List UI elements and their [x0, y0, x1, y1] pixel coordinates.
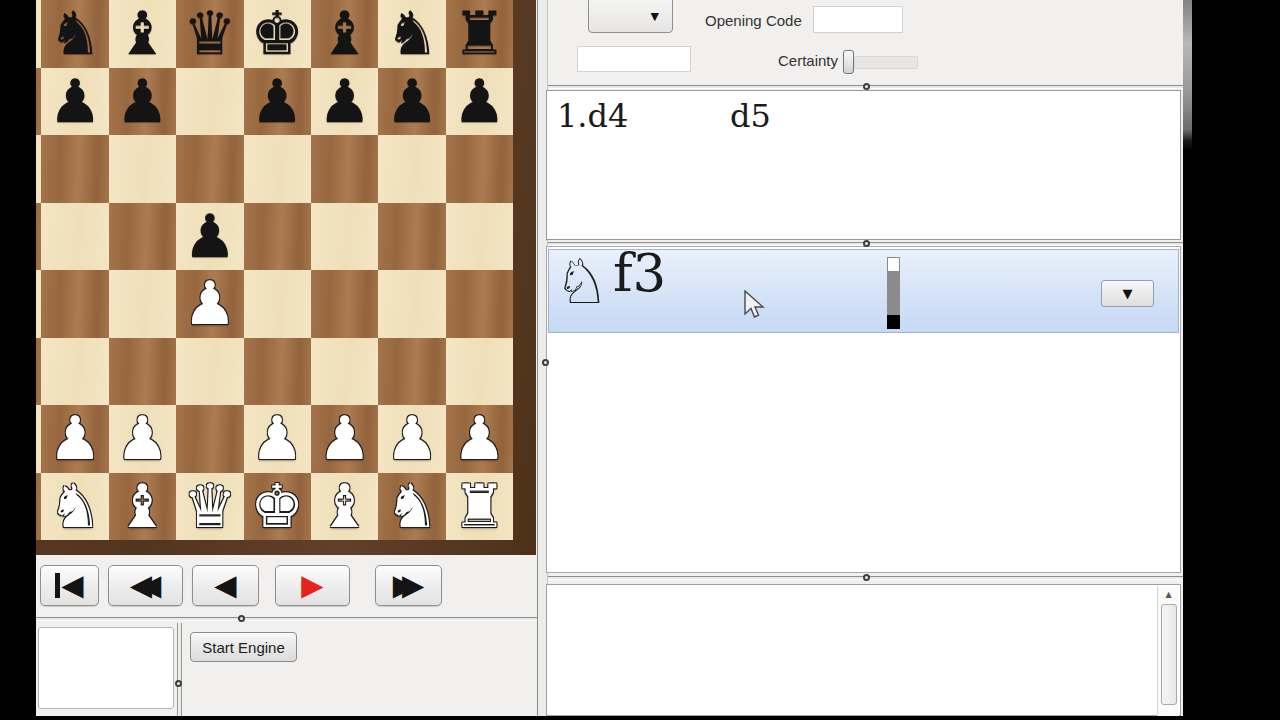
square-h2[interactable]: ♟: [446, 405, 513, 473]
square-d1[interactable]: ♛: [176, 473, 243, 541]
back-button[interactable]: ◀: [192, 565, 259, 606]
candidate-moves-panel: ♘ f3 ▼: [546, 246, 1181, 573]
square-b6[interactable]: [41, 135, 108, 203]
square-c7[interactable]: ♟: [109, 68, 176, 136]
white-knight-icon: ♘: [554, 251, 610, 313]
square-g1[interactable]: ♞: [378, 473, 445, 541]
square-h8[interactable]: ♜: [446, 0, 513, 68]
square-e3[interactable]: [244, 338, 311, 406]
square-e8[interactable]: ♚: [244, 0, 311, 68]
square-h4[interactable]: [446, 270, 513, 338]
candidate-move-row[interactable]: ♘ f3 ▼: [548, 249, 1179, 333]
piece-white-bishop[interactable]: ♝: [318, 473, 372, 540]
square-g3[interactable]: [378, 338, 445, 406]
chevron-down-icon: ▼: [1123, 286, 1133, 301]
piece-black-king[interactable]: ♚: [250, 0, 304, 67]
piece-black-pawn[interactable]: ♟: [385, 68, 439, 135]
square-e4[interactable]: [244, 270, 311, 338]
opening-code-input[interactable]: [813, 6, 903, 33]
certainty-label: Certainty: [778, 52, 838, 69]
square-g5[interactable]: [378, 203, 445, 271]
name-input[interactable]: [577, 46, 691, 72]
play-button[interactable]: ▶: [275, 565, 350, 606]
square-b1[interactable]: ♞: [41, 473, 108, 541]
square-g4[interactable]: [378, 270, 445, 338]
square-e5[interactable]: [244, 203, 311, 271]
piece-black-pawn[interactable]: ♟: [250, 68, 304, 135]
evaluation-gauge: [887, 257, 900, 329]
rewind-button[interactable]: ◀◀: [108, 565, 183, 606]
square-b3[interactable]: [41, 338, 108, 406]
piece-white-pawn[interactable]: ♟: [318, 405, 372, 472]
square-g7[interactable]: ♟: [378, 68, 445, 136]
piece-white-pawn[interactable]: ♟: [250, 405, 304, 472]
square-f1[interactable]: ♝: [311, 473, 378, 541]
square-b2[interactable]: ♟: [41, 405, 108, 473]
chess-board-frame: ♜♞♝♛♚♝♞♜♟♟♟♟♟♟♟♟♟♟♟♟♟♟♟♟♜♞♝♛♚♝♞♜: [36, 0, 536, 555]
chess-board[interactable]: ♜♞♝♛♚♝♞♜♟♟♟♟♟♟♟♟♟♟♟♟♟♟♟♟♜♞♝♛♚♝♞♜: [36, 0, 513, 540]
moves-top-splitter-grip[interactable]: [863, 83, 870, 90]
piece-black-bishop[interactable]: ♝: [116, 0, 170, 67]
forward-icon: ▶▶: [393, 571, 425, 600]
mouse-cursor-icon: [743, 290, 765, 320]
square-d4[interactable]: ♟: [176, 270, 243, 338]
square-f8[interactable]: ♝: [311, 0, 378, 68]
piece-white-queen[interactable]: ♛: [183, 473, 237, 540]
moves-list[interactable]: 1.d4 d5: [546, 90, 1181, 240]
square-g2[interactable]: ♟: [378, 405, 445, 473]
piece-white-pawn[interactable]: ♟: [453, 405, 507, 472]
piece-black-rook[interactable]: ♜: [453, 0, 507, 67]
start-bar-icon: [55, 573, 60, 598]
square-h7[interactable]: ♟: [446, 68, 513, 136]
square-c3[interactable]: [109, 338, 176, 406]
candidate-options-dropdown[interactable]: ▼: [1101, 280, 1154, 307]
opening-code-label: Opening Code: [705, 12, 802, 29]
candidate-move-text: f3: [613, 242, 666, 303]
square-e7[interactable]: ♟: [244, 68, 311, 136]
rewind-icon: ◀◀: [130, 571, 162, 600]
square-e1[interactable]: ♚: [244, 473, 311, 541]
scrollbar-thumb[interactable]: [1161, 604, 1177, 705]
square-e2[interactable]: ♟: [244, 405, 311, 473]
square-b4[interactable]: [41, 270, 108, 338]
piece-white-pawn[interactable]: ♟: [48, 405, 102, 472]
square-g8[interactable]: ♞: [378, 0, 445, 68]
start-engine-button[interactable]: Start Engine: [190, 632, 297, 662]
square-b8[interactable]: ♞: [41, 0, 108, 68]
square-h1[interactable]: ♜: [446, 473, 513, 541]
square-c4[interactable]: [109, 270, 176, 338]
evaluation-white-segment: [887, 257, 900, 272]
square-d2[interactable]: [176, 405, 243, 473]
piece-white-knight[interactable]: ♞: [385, 473, 439, 540]
square-c8[interactable]: ♝: [109, 0, 176, 68]
evaluation-gray-segment: [887, 272, 900, 315]
square-c1[interactable]: ♝: [109, 473, 176, 541]
scroll-up-icon[interactable]: ▲: [1160, 588, 1177, 601]
piece-black-knight[interactable]: ♞: [385, 0, 439, 67]
window-edge-scrollbar[interactable]: [1183, 0, 1192, 720]
piece-white-pawn[interactable]: ♟: [116, 405, 170, 472]
certainty-slider-track[interactable]: [854, 56, 918, 69]
square-f5[interactable]: [311, 203, 378, 271]
piece-black-pawn[interactable]: ♟: [183, 203, 237, 270]
square-g6[interactable]: [378, 135, 445, 203]
piece-black-pawn[interactable]: ♟: [453, 68, 507, 135]
go-to-start-button[interactable]: ◀: [40, 565, 99, 606]
piece-black-bishop[interactable]: ♝: [318, 0, 372, 67]
moves-mid-splitter-grip[interactable]: [863, 240, 870, 247]
piece-white-pawn[interactable]: ♟: [385, 405, 439, 472]
chevron-down-icon: ▼: [651, 10, 659, 23]
square-f2[interactable]: ♟: [311, 405, 378, 473]
square-b5[interactable]: [41, 203, 108, 271]
engine-panel-splitter[interactable]: [177, 623, 182, 716]
square-d3[interactable]: [176, 338, 243, 406]
piece-white-knight[interactable]: ♞: [48, 473, 102, 540]
piece-black-pawn[interactable]: ♟: [48, 68, 102, 135]
square-d5[interactable]: ♟: [176, 203, 243, 271]
piece-black-pawn[interactable]: ♟: [318, 68, 372, 135]
square-h5[interactable]: [446, 203, 513, 271]
move-white[interactable]: 1.d4: [557, 97, 628, 135]
certainty-slider-thumb[interactable]: [843, 50, 854, 74]
square-h3[interactable]: [446, 338, 513, 406]
bottom-left-splitter-grip[interactable]: [238, 615, 245, 622]
piece-white-rook[interactable]: ♜: [453, 473, 507, 540]
engine-output-list[interactable]: [38, 627, 174, 709]
first-move-icon: ◀: [61, 571, 83, 600]
square-f3[interactable]: [311, 338, 378, 406]
square-f6[interactable]: [311, 135, 378, 203]
back-icon: ◀: [214, 571, 236, 600]
evaluation-black-segment: [887, 315, 900, 329]
piece-white-pawn[interactable]: ♟: [183, 270, 237, 337]
move-black[interactable]: d5: [730, 97, 771, 135]
forward-button[interactable]: ▶▶: [375, 565, 442, 606]
square-d8[interactable]: ♛: [176, 0, 243, 68]
piece-white-bishop[interactable]: ♝: [116, 473, 170, 540]
square-b7[interactable]: ♟: [41, 68, 108, 136]
square-c2[interactable]: ♟: [109, 405, 176, 473]
main-splitter-grip[interactable]: [542, 359, 549, 366]
square-c5[interactable]: [109, 203, 176, 271]
bottom-left-splitter[interactable]: [36, 617, 540, 621]
bottom-right-splitter-grip[interactable]: [863, 574, 870, 581]
piece-black-knight[interactable]: ♞: [48, 0, 102, 67]
square-d6[interactable]: [176, 135, 243, 203]
piece-black-queen[interactable]: ♛: [183, 0, 237, 67]
square-e6[interactable]: [244, 135, 311, 203]
engine-panel-splitter-grip[interactable]: [175, 680, 182, 687]
piece-white-king[interactable]: ♚: [250, 473, 304, 540]
square-f4[interactable]: [311, 270, 378, 338]
play-icon: ▶: [301, 571, 323, 600]
square-c6[interactable]: [109, 135, 176, 203]
square-d7[interactable]: [176, 68, 243, 136]
category-dropdown[interactable]: ▼: [588, 0, 673, 33]
square-h6[interactable]: [446, 135, 513, 203]
notes-panel[interactable]: ▲: [546, 584, 1181, 716]
piece-black-pawn[interactable]: ♟: [116, 68, 170, 135]
app-window: ♜♞♝♛♚♝♞♜♟♟♟♟♟♟♟♟♟♟♟♟♟♟♟♟♜♞♝♛♚♝♞♜ ◀ ◀◀ ◀ …: [36, 0, 1183, 716]
square-f7[interactable]: ♟: [311, 68, 378, 136]
